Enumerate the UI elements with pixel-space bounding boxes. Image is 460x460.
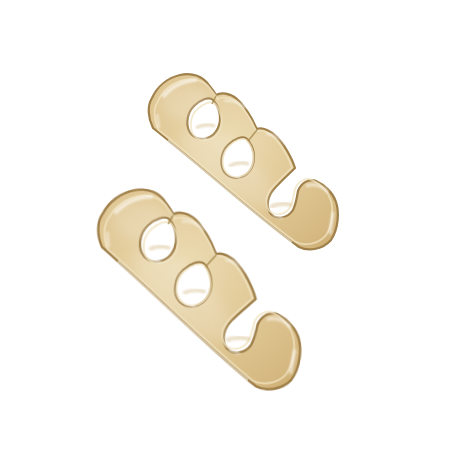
photo-background [0, 0, 460, 460]
product-photo-canvas [0, 0, 460, 460]
product-photo [0, 0, 460, 460]
